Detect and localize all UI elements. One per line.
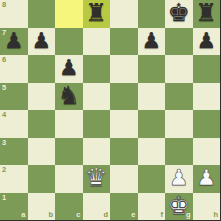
- file-label-c: c: [76, 211, 80, 219]
- piece-black-knight[interactable]: ♞: [58, 82, 80, 110]
- square-a1[interactable]: 1a: [0, 193, 28, 221]
- square-b7[interactable]: ♟: [28, 28, 56, 56]
- square-c1[interactable]: c: [55, 193, 83, 221]
- square-b1[interactable]: b: [28, 193, 56, 221]
- rank-label-6: 6: [2, 56, 6, 64]
- rank-label-3: 3: [2, 139, 6, 147]
- square-h7[interactable]: ♟: [193, 28, 221, 56]
- square-e5[interactable]: [110, 83, 138, 111]
- square-f2[interactable]: [138, 165, 166, 193]
- square-g5[interactable]: [165, 83, 193, 111]
- square-h4[interactable]: [193, 110, 221, 138]
- rank-label-4: 4: [2, 111, 6, 119]
- piece-black-pawn[interactable]: ♟: [59, 54, 79, 82]
- square-d4[interactable]: [83, 110, 111, 138]
- file-label-b: b: [48, 211, 53, 219]
- square-h2[interactable]: ♟: [193, 165, 221, 193]
- square-b6[interactable]: [28, 55, 56, 83]
- square-d8[interactable]: ♜: [83, 0, 111, 28]
- square-e7[interactable]: [110, 28, 138, 56]
- square-d7[interactable]: [83, 28, 111, 56]
- piece-black-rook[interactable]: ♜: [195, 0, 217, 27]
- square-c4[interactable]: [55, 110, 83, 138]
- piece-white-king[interactable]: ♚: [168, 192, 190, 220]
- square-g3[interactable]: [165, 138, 193, 166]
- file-label-e: e: [131, 211, 135, 219]
- square-g1[interactable]: g♚: [165, 193, 193, 221]
- rank-label-2: 2: [2, 166, 6, 174]
- square-f1[interactable]: f: [138, 193, 166, 221]
- square-a8[interactable]: 8: [0, 0, 28, 28]
- square-b2[interactable]: [28, 165, 56, 193]
- square-c8[interactable]: [55, 0, 83, 28]
- square-e3[interactable]: [110, 138, 138, 166]
- file-label-d: d: [103, 211, 108, 219]
- square-d3[interactable]: [83, 138, 111, 166]
- chess-board: 8♜♚♜7♟♟♟♟6♟5♞432♛♟♟1abcdefg♚h: [0, 0, 220, 220]
- square-c6[interactable]: ♟: [55, 55, 83, 83]
- piece-black-rook[interactable]: ♜: [85, 0, 107, 27]
- square-a6[interactable]: 6: [0, 55, 28, 83]
- piece-white-queen[interactable]: ♛: [85, 164, 107, 192]
- square-e2[interactable]: [110, 165, 138, 193]
- piece-black-pawn[interactable]: ♟: [4, 27, 24, 55]
- file-label-a: a: [21, 211, 25, 219]
- square-f3[interactable]: [138, 138, 166, 166]
- square-c5[interactable]: ♞: [55, 83, 83, 111]
- piece-black-king[interactable]: ♚: [168, 0, 190, 27]
- piece-white-pawn[interactable]: ♟: [169, 164, 189, 192]
- square-a5[interactable]: 5: [0, 83, 28, 111]
- square-d5[interactable]: [83, 83, 111, 111]
- square-d1[interactable]: d: [83, 193, 111, 221]
- square-g4[interactable]: [165, 110, 193, 138]
- square-h1[interactable]: h: [193, 193, 221, 221]
- square-a2[interactable]: 2: [0, 165, 28, 193]
- square-f4[interactable]: [138, 110, 166, 138]
- square-g8[interactable]: ♚: [165, 0, 193, 28]
- square-c7[interactable]: [55, 28, 83, 56]
- square-g2[interactable]: ♟: [165, 165, 193, 193]
- square-a3[interactable]: 3: [0, 138, 28, 166]
- file-label-h: h: [213, 211, 218, 219]
- square-d2[interactable]: ♛: [83, 165, 111, 193]
- square-f8[interactable]: [138, 0, 166, 28]
- square-d6[interactable]: [83, 55, 111, 83]
- square-e6[interactable]: [110, 55, 138, 83]
- square-f7[interactable]: ♟: [138, 28, 166, 56]
- square-b3[interactable]: [28, 138, 56, 166]
- square-f6[interactable]: [138, 55, 166, 83]
- square-h3[interactable]: [193, 138, 221, 166]
- square-a7[interactable]: 7♟: [0, 28, 28, 56]
- square-h6[interactable]: [193, 55, 221, 83]
- square-a4[interactable]: 4: [0, 110, 28, 138]
- square-g7[interactable]: [165, 28, 193, 56]
- rank-label-1: 1: [2, 194, 6, 202]
- file-label-f: f: [161, 211, 164, 219]
- piece-black-pawn[interactable]: ♟: [31, 27, 51, 55]
- rank-label-5: 5: [2, 84, 6, 92]
- piece-black-pawn[interactable]: ♟: [196, 27, 216, 55]
- square-b8[interactable]: [28, 0, 56, 28]
- square-f5[interactable]: [138, 83, 166, 111]
- square-e1[interactable]: e: [110, 193, 138, 221]
- rank-label-8: 8: [2, 1, 6, 9]
- square-e8[interactable]: [110, 0, 138, 28]
- square-c2[interactable]: [55, 165, 83, 193]
- square-h5[interactable]: [193, 83, 221, 111]
- square-b5[interactable]: [28, 83, 56, 111]
- square-c3[interactable]: [55, 138, 83, 166]
- square-h8[interactable]: ♜: [193, 0, 221, 28]
- square-e4[interactable]: [110, 110, 138, 138]
- piece-white-pawn[interactable]: ♟: [196, 164, 216, 192]
- piece-black-pawn[interactable]: ♟: [141, 27, 161, 55]
- square-g6[interactable]: [165, 55, 193, 83]
- square-b4[interactable]: [28, 110, 56, 138]
